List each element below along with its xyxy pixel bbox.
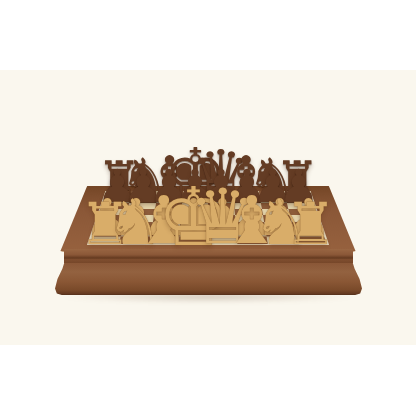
product-photo: ♜♞♝♚♛♝♞♜♟♟♟♟♟♟♟♟♟♟♟♟♟♟♟♟♜♞♝♚♛♝♞♜ xyxy=(0,0,416,416)
piece-light-rook[interactable]: ♜ xyxy=(285,195,337,253)
pieces-layer: ♜♞♝♚♛♝♞♜♟♟♟♟♟♟♟♟♟♟♟♟♟♟♟♟♜♞♝♚♛♝♞♜ xyxy=(0,0,416,416)
